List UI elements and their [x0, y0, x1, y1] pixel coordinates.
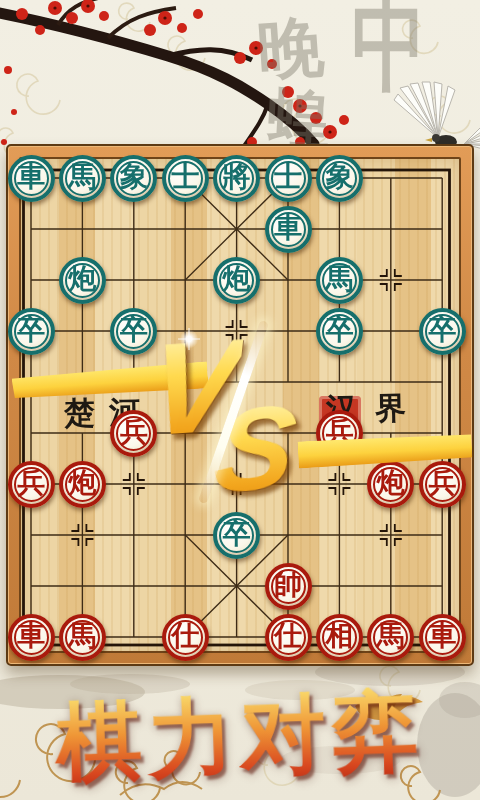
piece-glyph: 馬: [325, 265, 353, 293]
piece-red-advisor[interactable]: 仕: [265, 614, 312, 661]
piece-black-cannon[interactable]: 炮: [59, 257, 106, 304]
piece-black-soldier[interactable]: 卒: [316, 308, 363, 355]
piece-black-chariot[interactable]: 車: [265, 206, 312, 253]
piece-glyph: 象: [120, 163, 148, 191]
piece-glyph: 卒: [428, 316, 456, 344]
piece-black-soldier[interactable]: 卒: [213, 512, 260, 559]
piece-glyph: 相: [325, 622, 353, 650]
piece-black-soldier[interactable]: 卒: [8, 308, 55, 355]
piece-red-horse[interactable]: 馬: [59, 614, 106, 661]
piece-glyph: 卒: [17, 316, 45, 344]
piece-glyph: 卒: [120, 316, 148, 344]
piece-red-soldier[interactable]: 兵: [8, 461, 55, 508]
piece-glyph: 馬: [68, 163, 96, 191]
piece-black-chariot[interactable]: 車: [8, 155, 55, 202]
piece-red-cannon[interactable]: 炮: [59, 461, 106, 508]
piece-glyph: 馬: [68, 622, 96, 650]
piece-glyph: 炮: [68, 469, 96, 497]
piece-glyph: 車: [274, 214, 302, 242]
piece-glyph: 炮: [68, 265, 96, 293]
piece-glyph: 卒: [223, 520, 251, 548]
piece-glyph: 象: [325, 163, 353, 191]
piece-glyph: 帥: [274, 571, 302, 599]
piece-glyph: 兵: [325, 418, 353, 446]
piece-red-cannon[interactable]: 炮: [367, 461, 414, 508]
piece-black-advisor[interactable]: 士: [162, 155, 209, 202]
piece-black-horse[interactable]: 馬: [316, 257, 363, 304]
piece-glyph: 炮: [377, 469, 405, 497]
piece-black-soldier[interactable]: 卒: [110, 308, 157, 355]
piece-red-chariot[interactable]: 車: [419, 614, 466, 661]
piece-red-elephant[interactable]: 相: [316, 614, 363, 661]
piece-black-cannon[interactable]: 炮: [213, 257, 260, 304]
piece-red-advisor[interactable]: 仕: [162, 614, 209, 661]
piece-glyph: 兵: [120, 418, 148, 446]
piece-glyph: 將: [223, 163, 251, 191]
piece-glyph: 車: [428, 622, 456, 650]
piece-glyph: 車: [17, 622, 45, 650]
piece-black-advisor[interactable]: 士: [265, 155, 312, 202]
piece-black-soldier[interactable]: 卒: [419, 308, 466, 355]
piece-glyph: 士: [274, 163, 302, 191]
piece-red-soldier[interactable]: 兵: [419, 461, 466, 508]
piece-glyph: 仕: [171, 622, 199, 650]
pieces-layer: 車馬象士將士象車炮炮馬卒卒卒卒卒兵兵兵炮炮兵帥車馬仕仕相馬車: [0, 0, 480, 800]
piece-red-general[interactable]: 帥: [265, 563, 312, 610]
piece-glyph: 兵: [17, 469, 45, 497]
piece-glyph: 馬: [377, 622, 405, 650]
piece-glyph: 兵: [428, 469, 456, 497]
piece-glyph: 士: [171, 163, 199, 191]
piece-red-soldier[interactable]: 兵: [316, 410, 363, 457]
piece-glyph: 炮: [223, 265, 251, 293]
app-screen: 晚 蝗 中 楚河 汉界 車馬象士將士象車炮炮馬卒卒卒卒卒兵兵兵炮炮兵帥車馬仕仕相…: [0, 0, 480, 800]
piece-glyph: 仕: [274, 622, 302, 650]
piece-glyph: 車: [17, 163, 45, 191]
piece-glyph: 卒: [325, 316, 353, 344]
piece-black-elephant[interactable]: 象: [316, 155, 363, 202]
piece-black-general[interactable]: 將: [213, 155, 260, 202]
piece-red-horse[interactable]: 馬: [367, 614, 414, 661]
piece-red-soldier[interactable]: 兵: [110, 410, 157, 457]
piece-black-elephant[interactable]: 象: [110, 155, 157, 202]
piece-black-horse[interactable]: 馬: [59, 155, 106, 202]
piece-red-chariot[interactable]: 車: [8, 614, 55, 661]
